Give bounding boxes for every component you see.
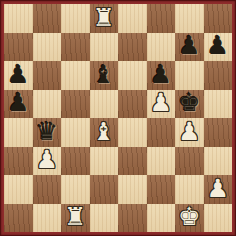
- square-d4[interactable]: ♝: [90, 118, 119, 147]
- square-h7[interactable]: ♟: [204, 33, 233, 62]
- square-c8[interactable]: [61, 4, 90, 33]
- black-pawn[interactable]: ♟: [178, 33, 200, 58]
- square-g3[interactable]: [175, 147, 204, 176]
- square-h1[interactable]: [204, 204, 233, 233]
- square-d6[interactable]: ♝: [90, 61, 119, 90]
- white-pawn[interactable]: ♟: [207, 176, 229, 201]
- black-pawn[interactable]: ♟: [207, 33, 229, 58]
- square-a7[interactable]: [4, 33, 33, 62]
- square-e1[interactable]: [118, 204, 147, 233]
- square-h4[interactable]: [204, 118, 233, 147]
- square-e3[interactable]: [118, 147, 147, 176]
- square-c6[interactable]: [61, 61, 90, 90]
- black-pawn[interactable]: ♟: [150, 62, 172, 87]
- white-pawn[interactable]: ♟: [150, 90, 172, 115]
- square-f2[interactable]: [147, 175, 176, 204]
- square-g6[interactable]: [175, 61, 204, 90]
- square-b2[interactable]: [33, 175, 62, 204]
- square-g7[interactable]: ♟: [175, 33, 204, 62]
- square-h3[interactable]: [204, 147, 233, 176]
- white-rook[interactable]: ♜: [93, 5, 115, 30]
- board-frame: ♜♟♟♟♝♟♟♟♚♛♝♟♟♟♜♚: [0, 0, 236, 236]
- white-bishop[interactable]: ♝: [93, 119, 115, 144]
- square-b5[interactable]: [33, 90, 62, 119]
- square-c3[interactable]: [61, 147, 90, 176]
- square-d5[interactable]: [90, 90, 119, 119]
- square-a3[interactable]: [4, 147, 33, 176]
- square-d7[interactable]: [90, 33, 119, 62]
- square-h6[interactable]: [204, 61, 233, 90]
- white-pawn[interactable]: ♟: [178, 119, 200, 144]
- square-e6[interactable]: [118, 61, 147, 90]
- square-h8[interactable]: [204, 4, 233, 33]
- square-f7[interactable]: [147, 33, 176, 62]
- square-e4[interactable]: [118, 118, 147, 147]
- square-a6[interactable]: ♟: [4, 61, 33, 90]
- square-b1[interactable]: [33, 204, 62, 233]
- white-pawn[interactable]: ♟: [36, 147, 58, 172]
- square-c4[interactable]: [61, 118, 90, 147]
- square-e2[interactable]: [118, 175, 147, 204]
- square-b8[interactable]: [33, 4, 62, 33]
- square-a5[interactable]: ♟: [4, 90, 33, 119]
- square-f4[interactable]: [147, 118, 176, 147]
- square-e7[interactable]: [118, 33, 147, 62]
- square-c5[interactable]: [61, 90, 90, 119]
- square-e5[interactable]: [118, 90, 147, 119]
- square-d3[interactable]: [90, 147, 119, 176]
- square-b3[interactable]: ♟: [33, 147, 62, 176]
- square-c2[interactable]: [61, 175, 90, 204]
- square-a1[interactable]: [4, 204, 33, 233]
- square-c7[interactable]: [61, 33, 90, 62]
- black-pawn[interactable]: ♟: [7, 90, 29, 115]
- square-g2[interactable]: [175, 175, 204, 204]
- square-a8[interactable]: [4, 4, 33, 33]
- square-g8[interactable]: [175, 4, 204, 33]
- square-d8[interactable]: ♜: [90, 4, 119, 33]
- square-b7[interactable]: [33, 33, 62, 62]
- white-king[interactable]: ♚: [178, 204, 200, 229]
- square-f8[interactable]: [147, 4, 176, 33]
- square-g4[interactable]: ♟: [175, 118, 204, 147]
- square-a2[interactable]: [4, 175, 33, 204]
- black-pawn[interactable]: ♟: [7, 62, 29, 87]
- square-d2[interactable]: [90, 175, 119, 204]
- square-d1[interactable]: [90, 204, 119, 233]
- square-g5[interactable]: ♚: [175, 90, 204, 119]
- square-f6[interactable]: ♟: [147, 61, 176, 90]
- square-h2[interactable]: ♟: [204, 175, 233, 204]
- white-rook[interactable]: ♜: [64, 204, 86, 229]
- chess-board: ♜♟♟♟♝♟♟♟♚♛♝♟♟♟♜♚: [4, 4, 232, 232]
- black-king[interactable]: ♚: [178, 90, 200, 115]
- square-b4[interactable]: ♛: [33, 118, 62, 147]
- square-b6[interactable]: [33, 61, 62, 90]
- square-a4[interactable]: [4, 118, 33, 147]
- square-h5[interactable]: [204, 90, 233, 119]
- square-g1[interactable]: ♚: [175, 204, 204, 233]
- square-e8[interactable]: [118, 4, 147, 33]
- square-c1[interactable]: ♜: [61, 204, 90, 233]
- black-bishop[interactable]: ♝: [93, 62, 115, 87]
- square-f5[interactable]: ♟: [147, 90, 176, 119]
- square-f3[interactable]: [147, 147, 176, 176]
- square-f1[interactable]: [147, 204, 176, 233]
- black-queen[interactable]: ♛: [36, 119, 58, 144]
